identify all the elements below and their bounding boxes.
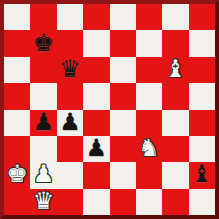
square-c6[interactable]: ♛: [57, 57, 83, 83]
square-c7[interactable]: [57, 30, 83, 56]
square-c4[interactable]: ♟: [57, 110, 83, 136]
square-h8[interactable]: [189, 4, 215, 30]
square-e7[interactable]: [110, 30, 136, 56]
square-f3[interactable]: ♞: [136, 136, 162, 162]
square-f7[interactable]: [136, 30, 162, 56]
piece-black-queen-c6: ♛: [59, 57, 81, 81]
square-a2[interactable]: ♚: [4, 162, 30, 188]
square-f6[interactable]: [136, 57, 162, 83]
piece-black-bishop-h2: ♝: [191, 162, 213, 186]
square-h5[interactable]: [189, 83, 215, 109]
square-e1[interactable]: [110, 189, 136, 215]
square-g2[interactable]: [162, 162, 188, 188]
square-c5[interactable]: [57, 83, 83, 109]
square-d8[interactable]: [83, 4, 109, 30]
square-a1[interactable]: [4, 189, 30, 215]
square-g8[interactable]: [162, 4, 188, 30]
piece-white-pawn-b2: ♟: [33, 162, 55, 186]
square-a7[interactable]: [4, 30, 30, 56]
square-d1[interactable]: [83, 189, 109, 215]
square-f1[interactable]: [136, 189, 162, 215]
square-b1[interactable]: ♛: [30, 189, 56, 215]
square-f8[interactable]: [136, 4, 162, 30]
square-a6[interactable]: [4, 57, 30, 83]
square-b2[interactable]: ♟: [30, 162, 56, 188]
square-c8[interactable]: [57, 4, 83, 30]
piece-white-queen-b1: ♛: [33, 189, 55, 213]
square-g5[interactable]: [162, 83, 188, 109]
square-e3[interactable]: [110, 136, 136, 162]
square-c1[interactable]: [57, 189, 83, 215]
piece-black-king-b7: ♚: [33, 31, 55, 55]
piece-white-knight-f3: ♞: [138, 136, 160, 160]
square-b8[interactable]: [30, 4, 56, 30]
square-g7[interactable]: [162, 30, 188, 56]
square-h1[interactable]: [189, 189, 215, 215]
square-b4[interactable]: ♟: [30, 110, 56, 136]
square-a8[interactable]: [4, 4, 30, 30]
square-g3[interactable]: [162, 136, 188, 162]
square-a3[interactable]: [4, 136, 30, 162]
square-b7[interactable]: ♚: [30, 30, 56, 56]
square-d4[interactable]: [83, 110, 109, 136]
square-d3[interactable]: ♟: [83, 136, 109, 162]
square-b5[interactable]: [30, 83, 56, 109]
square-g6[interactable]: ♝: [162, 57, 188, 83]
piece-white-king-a2: ♚: [6, 162, 28, 186]
square-h3[interactable]: [189, 136, 215, 162]
square-f5[interactable]: [136, 83, 162, 109]
square-e5[interactable]: [110, 83, 136, 109]
square-h7[interactable]: [189, 30, 215, 56]
square-c3[interactable]: [57, 136, 83, 162]
square-d5[interactable]: [83, 83, 109, 109]
square-e2[interactable]: [110, 162, 136, 188]
square-e8[interactable]: [110, 4, 136, 30]
piece-black-pawn-d3: ♟: [86, 136, 108, 160]
piece-black-pawn-b4: ♟: [33, 110, 55, 134]
square-b3[interactable]: [30, 136, 56, 162]
square-d6[interactable]: [83, 57, 109, 83]
square-a5[interactable]: [4, 83, 30, 109]
square-b6[interactable]: [30, 57, 56, 83]
square-h2[interactable]: ♝: [189, 162, 215, 188]
square-d2[interactable]: [83, 162, 109, 188]
square-g1[interactable]: [162, 189, 188, 215]
square-a4[interactable]: [4, 110, 30, 136]
square-f4[interactable]: [136, 110, 162, 136]
square-f2[interactable]: [136, 162, 162, 188]
chess-board: ♚♛♝♟♟♟♞♚♟♝♛: [0, 0, 219, 219]
square-g4[interactable]: [162, 110, 188, 136]
square-e6[interactable]: [110, 57, 136, 83]
square-h6[interactable]: [189, 57, 215, 83]
square-d7[interactable]: [83, 30, 109, 56]
piece-white-bishop-g6: ♝: [165, 57, 187, 81]
square-c2[interactable]: [57, 162, 83, 188]
square-h4[interactable]: [189, 110, 215, 136]
piece-black-pawn-c4: ♟: [59, 110, 81, 134]
square-e4[interactable]: [110, 110, 136, 136]
